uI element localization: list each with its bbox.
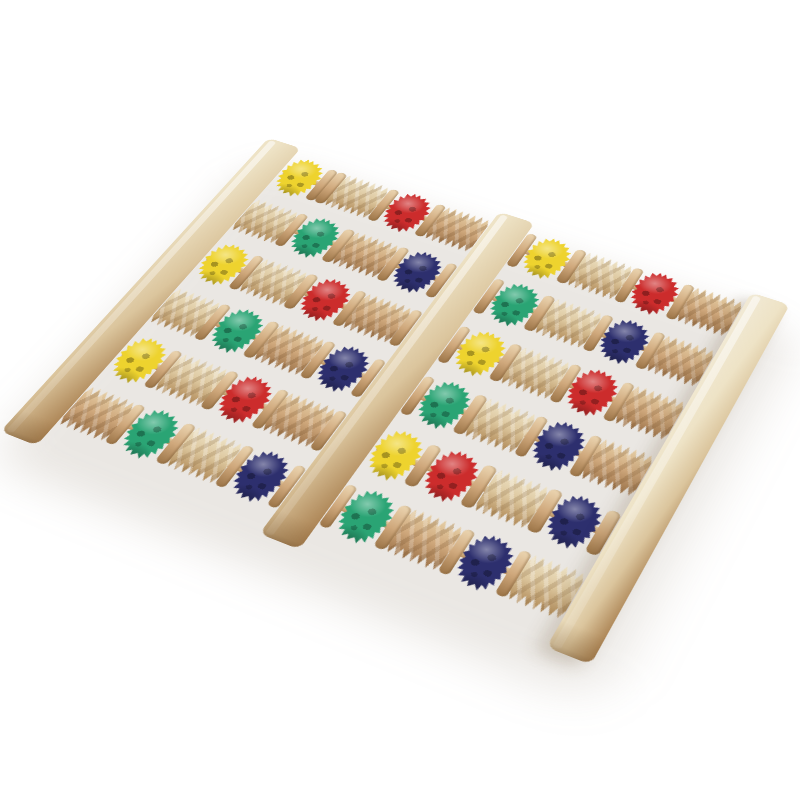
massager-board: [0, 138, 789, 665]
